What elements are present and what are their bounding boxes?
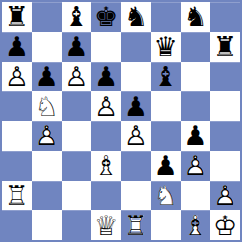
piece-black-pawn: ♟: [121, 91, 151, 121]
square-e4[interactable]: ♟♙: [121, 121, 151, 151]
square-b6[interactable]: ♟: [32, 62, 62, 92]
square-g6[interactable]: [181, 62, 211, 92]
piece-black-pawn: ♟: [32, 62, 62, 92]
piece-black-bishop: ♝: [151, 62, 181, 92]
square-d8[interactable]: ♚: [91, 2, 121, 32]
chess-board: ♜♝♚♞♞♟♟♛♜♟♙♟♟♙♟♝♞♘♟♙♟♟♙♟♙♟♝♗♟♟♙♜♖♞♘♟♙♛♕♜…: [0, 0, 242, 242]
piece-black-bishop: ♝: [62, 2, 92, 32]
piece-black-knight: ♞: [121, 2, 151, 32]
square-c3[interactable]: [62, 151, 92, 181]
piece-white-rook: ♜♖: [121, 210, 151, 240]
square-g1[interactable]: ♝♗: [181, 210, 211, 240]
square-d4[interactable]: [91, 121, 121, 151]
square-c8[interactable]: ♝: [62, 2, 92, 32]
square-a4[interactable]: [2, 121, 32, 151]
square-h4[interactable]: [210, 121, 240, 151]
square-f3[interactable]: ♟: [151, 151, 181, 181]
square-b1[interactable]: [32, 210, 62, 240]
square-c5[interactable]: [62, 91, 92, 121]
piece-black-pawn: ♟: [91, 62, 121, 92]
piece-black-knight: ♞: [181, 2, 211, 32]
square-d6[interactable]: ♟: [91, 62, 121, 92]
square-g4[interactable]: ♟: [181, 121, 211, 151]
square-h6[interactable]: [210, 62, 240, 92]
square-e6[interactable]: [121, 62, 151, 92]
piece-white-bishop: ♝♗: [181, 210, 211, 240]
piece-white-knight: ♞♘: [32, 91, 62, 121]
square-g3[interactable]: ♟♙: [181, 151, 211, 181]
square-a5[interactable]: [2, 91, 32, 121]
square-b8[interactable]: [32, 2, 62, 32]
square-f2[interactable]: ♞♘: [151, 181, 181, 211]
piece-white-rook: ♜♖: [2, 181, 32, 211]
piece-white-pawn: ♟♙: [181, 151, 211, 181]
piece-white-pawn: ♟♙: [91, 91, 121, 121]
square-e2[interactable]: [121, 181, 151, 211]
square-c6[interactable]: ♟♙: [62, 62, 92, 92]
square-h7[interactable]: ♜: [210, 32, 240, 62]
square-f8[interactable]: [151, 2, 181, 32]
piece-black-pawn: ♟: [181, 121, 211, 151]
square-g8[interactable]: ♞: [181, 2, 211, 32]
piece-black-rook: ♜: [2, 2, 32, 32]
square-h8[interactable]: [210, 2, 240, 32]
square-b2[interactable]: [32, 181, 62, 211]
square-b7[interactable]: [32, 32, 62, 62]
square-c7[interactable]: ♟: [62, 32, 92, 62]
square-c1[interactable]: [62, 210, 92, 240]
piece-white-queen: ♛♕: [91, 210, 121, 240]
piece-white-pawn: ♟♙: [121, 121, 151, 151]
square-g5[interactable]: [181, 91, 211, 121]
square-b5[interactable]: ♞♘: [32, 91, 62, 121]
piece-black-pawn: ♟: [2, 32, 32, 62]
piece-black-queen: ♛: [151, 32, 181, 62]
square-a3[interactable]: [2, 151, 32, 181]
square-h3[interactable]: [210, 151, 240, 181]
square-a1[interactable]: [2, 210, 32, 240]
piece-black-rook: ♜: [210, 32, 240, 62]
square-d1[interactable]: ♛♕: [91, 210, 121, 240]
square-h1[interactable]: ♚♔: [210, 210, 240, 240]
square-d3[interactable]: ♝♗: [91, 151, 121, 181]
square-a7[interactable]: ♟: [2, 32, 32, 62]
square-h5[interactable]: [210, 91, 240, 121]
square-e5[interactable]: ♟: [121, 91, 151, 121]
square-d2[interactable]: [91, 181, 121, 211]
square-e8[interactable]: ♞: [121, 2, 151, 32]
piece-black-king: ♚: [91, 2, 121, 32]
piece-white-bishop: ♝♗: [91, 151, 121, 181]
piece-white-pawn: ♟♙: [32, 121, 62, 151]
square-f4[interactable]: [151, 121, 181, 151]
piece-black-pawn: ♟: [62, 32, 92, 62]
square-c2[interactable]: [62, 181, 92, 211]
square-f6[interactable]: ♝: [151, 62, 181, 92]
square-f7[interactable]: ♛: [151, 32, 181, 62]
piece-white-knight: ♞♘: [151, 181, 181, 211]
square-e7[interactable]: [121, 32, 151, 62]
square-g7[interactable]: [181, 32, 211, 62]
piece-white-pawn: ♟♙: [210, 181, 240, 211]
square-b3[interactable]: [32, 151, 62, 181]
piece-black-pawn: ♟: [151, 151, 181, 181]
square-c4[interactable]: [62, 121, 92, 151]
square-f5[interactable]: [151, 91, 181, 121]
square-h2[interactable]: ♟♙: [210, 181, 240, 211]
piece-white-pawn: ♟♙: [62, 62, 92, 92]
square-a2[interactable]: ♜♖: [2, 181, 32, 211]
piece-white-king: ♚♔: [210, 210, 240, 240]
square-g2[interactable]: [181, 181, 211, 211]
square-e3[interactable]: [121, 151, 151, 181]
square-e1[interactable]: ♜♖: [121, 210, 151, 240]
square-f1[interactable]: [151, 210, 181, 240]
square-b4[interactable]: ♟♙: [32, 121, 62, 151]
square-a8[interactable]: ♜: [2, 2, 32, 32]
square-d5[interactable]: ♟♙: [91, 91, 121, 121]
square-a6[interactable]: ♟♙: [2, 62, 32, 92]
square-d7[interactable]: [91, 32, 121, 62]
piece-white-pawn: ♟♙: [2, 62, 32, 92]
